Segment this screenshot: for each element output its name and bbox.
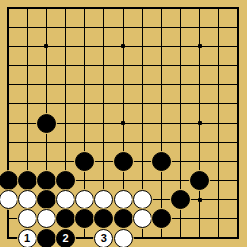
grid-line-vertical xyxy=(218,7,219,239)
black-stone xyxy=(37,229,56,247)
star-point xyxy=(44,44,48,48)
move-number-label: 3 xyxy=(101,233,107,244)
star-point xyxy=(198,121,202,125)
black-stone xyxy=(114,152,133,171)
black-stone xyxy=(18,171,37,190)
white-stone xyxy=(133,209,152,228)
star-point xyxy=(121,121,125,125)
star-point xyxy=(121,44,125,48)
white-stone xyxy=(56,190,75,209)
white-stone xyxy=(37,209,56,228)
star-point xyxy=(198,198,202,202)
black-stone xyxy=(0,171,18,190)
star-point xyxy=(198,44,202,48)
black-stone xyxy=(37,114,56,133)
black-stone xyxy=(152,209,171,228)
black-stone xyxy=(56,209,75,228)
grid-line-vertical xyxy=(237,7,239,239)
black-stone xyxy=(56,171,75,190)
white-stone-move-3: 3 xyxy=(94,229,113,247)
black-stone xyxy=(37,171,56,190)
white-stone-move-1: 1 xyxy=(18,229,37,247)
go-board: 123 xyxy=(0,0,247,247)
move-number-label: 1 xyxy=(24,233,30,244)
white-stone xyxy=(18,190,37,209)
grid-line-vertical xyxy=(161,7,162,239)
move-number-label: 2 xyxy=(62,233,68,244)
black-stone xyxy=(75,209,94,228)
black-stone xyxy=(190,171,209,190)
black-stone-move-2: 2 xyxy=(56,229,75,247)
white-stone xyxy=(94,190,113,209)
black-stone xyxy=(114,209,133,228)
white-stone xyxy=(18,209,37,228)
black-stone xyxy=(75,152,94,171)
white-stone xyxy=(114,190,133,209)
white-stone xyxy=(114,229,133,247)
white-stone xyxy=(133,190,152,209)
black-stone xyxy=(152,152,171,171)
black-stone xyxy=(171,190,190,209)
white-stone xyxy=(0,190,18,209)
grid-line-horizontal xyxy=(7,142,239,143)
black-stone xyxy=(94,209,113,228)
white-stone xyxy=(75,190,94,209)
black-stone xyxy=(37,190,56,209)
